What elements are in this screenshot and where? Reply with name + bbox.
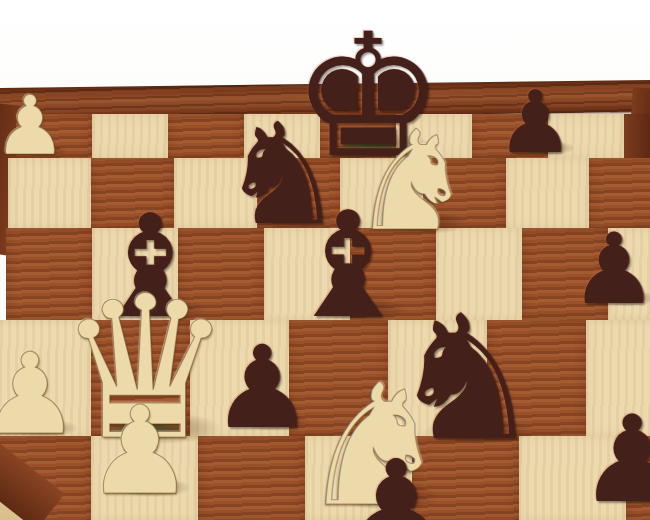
square-b5 [586,320,650,436]
square-g7 [91,158,174,228]
piece-felt-base [609,493,650,502]
square-f4 [198,436,305,520]
piece-felt-base [386,220,438,230]
square-a6 [608,228,650,320]
square-g8 [92,114,168,158]
square-f7 [174,158,257,228]
square-b7 [506,158,589,228]
piece-felt-base [595,296,632,303]
piece-felt-base [255,214,308,225]
square-b4 [626,436,650,520]
piece-felt-base [519,146,552,152]
piece-felt-base [433,426,498,439]
square-c6 [436,228,522,320]
square-d4 [412,436,519,520]
square-h7 [8,158,91,228]
square-b6 [522,228,608,320]
piece-felt-base [342,492,406,505]
board-rim-far-right-corner [624,114,650,158]
square-f8 [168,114,244,158]
square-e8 [244,114,320,158]
square-a7 [589,158,650,228]
square-h6 [6,228,92,320]
chess-photo-scene: ♚♟♟♞♞♟♝♝♟♟♛♞♟♟♞♟ [0,0,650,520]
piece-felt-base [123,306,177,317]
square-c4 [519,436,626,520]
piece-felt-base [117,485,163,494]
chess-board [0,0,650,520]
piece-felt-base [107,423,182,438]
